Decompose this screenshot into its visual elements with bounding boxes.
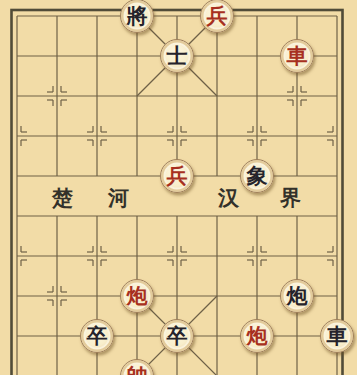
- piece-glyph: 卒: [87, 325, 108, 346]
- piece-glyph: 車: [327, 325, 348, 346]
- piece-glyph: 炮: [287, 285, 308, 306]
- piece-black-general[interactable]: 將: [120, 0, 154, 33]
- piece-red-cannon[interactable]: 炮: [240, 319, 274, 353]
- piece-black-soldier[interactable]: 卒: [80, 319, 114, 353]
- piece-glyph: 車: [287, 45, 308, 66]
- piece-black-elephant[interactable]: 象: [240, 159, 274, 193]
- piece-glyph: 卒: [167, 325, 188, 346]
- piece-black-soldier[interactable]: 卒: [160, 319, 194, 353]
- piece-glyph: 兵: [207, 5, 228, 26]
- piece-black-cannon[interactable]: 炮: [280, 279, 314, 313]
- piece-glyph: 炮: [247, 325, 268, 346]
- piece-black-chariot[interactable]: 車: [320, 319, 354, 353]
- river-char-he: 河: [108, 187, 129, 208]
- piece-red-cannon[interactable]: 炮: [120, 279, 154, 313]
- piece-glyph: 象: [247, 165, 268, 186]
- piece-red-soldier[interactable]: 兵: [200, 0, 234, 33]
- piece-red-soldier[interactable]: 兵: [160, 159, 194, 193]
- piece-glyph: 帥: [127, 365, 148, 375]
- piece-black-advisor[interactable]: 士: [160, 39, 194, 73]
- piece-glyph: 士: [167, 45, 188, 66]
- piece-glyph: 炮: [127, 285, 148, 306]
- river-char-han: 汉: [218, 187, 239, 208]
- piece-glyph: 將: [127, 5, 148, 26]
- piece-red-chariot[interactable]: 車: [280, 39, 314, 73]
- river-char-jie: 界: [280, 187, 301, 208]
- xiangqi-board[interactable]: 楚 河 汉 界 將兵士車兵象炮炮卒卒炮車帥: [0, 0, 357, 375]
- river-char-chu: 楚: [52, 187, 73, 208]
- piece-glyph: 兵: [167, 165, 188, 186]
